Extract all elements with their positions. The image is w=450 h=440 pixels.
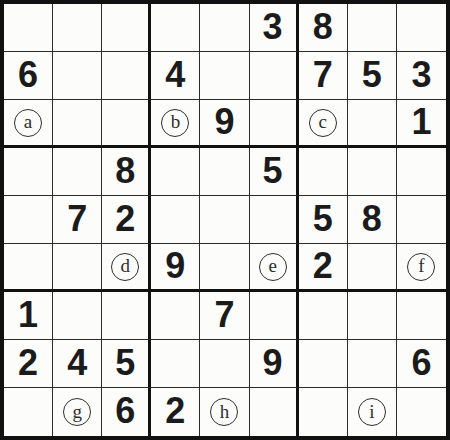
cell-r5c7[interactable]: 5 bbox=[299, 196, 348, 244]
cell-r9c3[interactable]: 6 bbox=[102, 388, 151, 436]
cell-r5c5[interactable] bbox=[200, 196, 249, 244]
given-digit: 4 bbox=[67, 345, 87, 381]
given-digit: 9 bbox=[263, 345, 283, 381]
cell-r4c6[interactable]: 5 bbox=[250, 148, 299, 196]
given-digit: 2 bbox=[115, 201, 135, 237]
circled-letter-h: h bbox=[210, 398, 238, 426]
sudoku-board: 3864753ab9c1857258d9e2f1724596g62hi bbox=[0, 0, 450, 440]
cell-r7c7[interactable] bbox=[299, 292, 348, 340]
cell-r1c4[interactable] bbox=[151, 4, 200, 52]
cell-r2c7[interactable]: 7 bbox=[299, 52, 348, 100]
given-digit: 1 bbox=[411, 104, 431, 140]
cell-r8c2[interactable]: 4 bbox=[53, 340, 102, 388]
cell-r2c9[interactable]: 3 bbox=[397, 52, 446, 100]
cell-r7c5[interactable]: 7 bbox=[200, 292, 249, 340]
given-digit: 7 bbox=[67, 201, 87, 237]
cell-r8c3[interactable]: 5 bbox=[102, 340, 151, 388]
given-digit: 9 bbox=[165, 248, 185, 284]
cell-r6c4[interactable]: 9 bbox=[151, 244, 200, 292]
cell-r9c6[interactable] bbox=[250, 388, 299, 436]
cell-r6c3[interactable]: d bbox=[102, 244, 151, 292]
given-digit: 8 bbox=[115, 153, 135, 189]
circled-letter-e: e bbox=[259, 253, 287, 281]
cell-r5c4[interactable] bbox=[151, 196, 200, 244]
cell-r3c2[interactable] bbox=[53, 100, 102, 148]
cell-r7c6[interactable] bbox=[250, 292, 299, 340]
cell-r4c9[interactable] bbox=[397, 148, 446, 196]
cell-r2c6[interactable] bbox=[250, 52, 299, 100]
cell-r4c7[interactable] bbox=[299, 148, 348, 196]
given-digit: 8 bbox=[362, 201, 382, 237]
cell-r4c5[interactable] bbox=[200, 148, 249, 196]
cell-r1c2[interactable] bbox=[53, 4, 102, 52]
cell-r2c5[interactable] bbox=[200, 52, 249, 100]
cell-r6c9[interactable]: f bbox=[397, 244, 446, 292]
cell-r7c8[interactable] bbox=[348, 292, 397, 340]
cell-r7c1[interactable]: 1 bbox=[4, 292, 53, 340]
cell-r2c8[interactable]: 5 bbox=[348, 52, 397, 100]
cell-r8c4[interactable] bbox=[151, 340, 200, 388]
given-digit: 2 bbox=[18, 345, 38, 381]
cell-r3c9[interactable]: 1 bbox=[397, 100, 446, 148]
cell-r6c1[interactable] bbox=[4, 244, 53, 292]
cell-r4c8[interactable] bbox=[348, 148, 397, 196]
cell-r7c4[interactable] bbox=[151, 292, 200, 340]
cell-r5c1[interactable] bbox=[4, 196, 53, 244]
cell-r5c2[interactable]: 7 bbox=[53, 196, 102, 244]
cell-r3c3[interactable] bbox=[102, 100, 151, 148]
cell-r2c3[interactable] bbox=[102, 52, 151, 100]
cell-r6c6[interactable]: e bbox=[250, 244, 299, 292]
circled-letter-i: i bbox=[358, 398, 386, 426]
cell-r1c6[interactable]: 3 bbox=[250, 4, 299, 52]
cell-r8c1[interactable]: 2 bbox=[4, 340, 53, 388]
cell-r4c3[interactable]: 8 bbox=[102, 148, 151, 196]
given-digit: 3 bbox=[411, 57, 431, 93]
cell-r6c7[interactable]: 2 bbox=[299, 244, 348, 292]
cell-r5c3[interactable]: 2 bbox=[102, 196, 151, 244]
given-digit: 2 bbox=[165, 393, 185, 429]
page: 3864753ab9c1857258d9e2f1724596g62hi bbox=[0, 0, 450, 440]
cell-r6c5[interactable] bbox=[200, 244, 249, 292]
cell-r1c3[interactable] bbox=[102, 4, 151, 52]
cell-r7c2[interactable] bbox=[53, 292, 102, 340]
cell-r3c5[interactable]: 9 bbox=[200, 100, 249, 148]
given-digit: 5 bbox=[313, 201, 333, 237]
cell-r4c1[interactable] bbox=[4, 148, 53, 196]
cell-r3c7[interactable]: c bbox=[299, 100, 348, 148]
cell-r7c9[interactable] bbox=[397, 292, 446, 340]
cell-r1c7[interactable]: 8 bbox=[299, 4, 348, 52]
cell-r4c2[interactable] bbox=[53, 148, 102, 196]
cell-r2c2[interactable] bbox=[53, 52, 102, 100]
cell-r8c7[interactable] bbox=[299, 340, 348, 388]
cell-r1c5[interactable] bbox=[200, 4, 249, 52]
cell-r1c1[interactable] bbox=[4, 4, 53, 52]
given-digit: 5 bbox=[362, 57, 382, 93]
cell-r2c1[interactable]: 6 bbox=[4, 52, 53, 100]
cell-r9c9[interactable] bbox=[397, 388, 446, 436]
cell-r3c6[interactable] bbox=[250, 100, 299, 148]
given-digit: 7 bbox=[214, 297, 234, 333]
circled-letter-a: a bbox=[14, 109, 42, 137]
cell-r8c5[interactable] bbox=[200, 340, 249, 388]
cell-r1c8[interactable] bbox=[348, 4, 397, 52]
given-digit: 5 bbox=[263, 153, 283, 189]
given-digit: 6 bbox=[411, 345, 431, 381]
cell-r9c2[interactable]: g bbox=[53, 388, 102, 436]
circled-letter-b: b bbox=[161, 109, 189, 137]
cell-r2c4[interactable]: 4 bbox=[151, 52, 200, 100]
cell-r6c8[interactable] bbox=[348, 244, 397, 292]
cell-r8c8[interactable] bbox=[348, 340, 397, 388]
given-digit: 4 bbox=[165, 57, 185, 93]
cell-r1c9[interactable] bbox=[397, 4, 446, 52]
cell-r9c4[interactable]: 2 bbox=[151, 388, 200, 436]
cell-r9c5[interactable]: h bbox=[200, 388, 249, 436]
cell-r5c6[interactable] bbox=[250, 196, 299, 244]
cell-r9c8[interactable]: i bbox=[348, 388, 397, 436]
given-digit: 5 bbox=[115, 345, 135, 381]
cell-r5c9[interactable] bbox=[397, 196, 446, 244]
cell-r9c7[interactable] bbox=[299, 388, 348, 436]
cell-r8c6[interactable]: 9 bbox=[250, 340, 299, 388]
cell-r7c3[interactable] bbox=[102, 292, 151, 340]
given-digit: 8 bbox=[313, 9, 333, 45]
cell-r3c4[interactable]: b bbox=[151, 100, 200, 148]
given-digit: 6 bbox=[115, 393, 135, 429]
cell-r3c8[interactable] bbox=[348, 100, 397, 148]
given-digit: 7 bbox=[313, 57, 333, 93]
cell-r9c1[interactable] bbox=[4, 388, 53, 436]
cell-r4c4[interactable] bbox=[151, 148, 200, 196]
circled-letter-d: d bbox=[111, 253, 139, 281]
cell-r6c2[interactable] bbox=[53, 244, 102, 292]
cell-r3c1[interactable]: a bbox=[4, 100, 53, 148]
given-digit: 3 bbox=[263, 9, 283, 45]
given-digit: 9 bbox=[214, 104, 234, 140]
cell-r8c9[interactable]: 6 bbox=[397, 340, 446, 388]
cell-r5c8[interactable]: 8 bbox=[348, 196, 397, 244]
given-digit: 6 bbox=[18, 57, 38, 93]
circled-letter-f: f bbox=[407, 253, 435, 281]
given-digit: 1 bbox=[18, 297, 38, 333]
given-digit: 2 bbox=[313, 248, 333, 284]
circled-letter-g: g bbox=[63, 398, 91, 426]
circled-letter-c: c bbox=[309, 109, 337, 137]
